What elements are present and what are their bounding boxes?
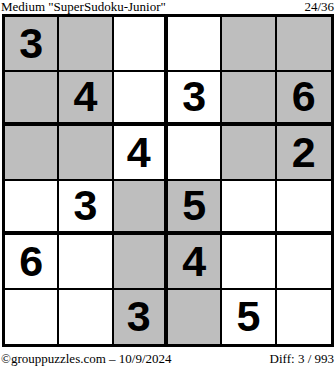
given-digit: 4: [127, 131, 151, 174]
footer: ©grouppuzzles.com – 10/9/2024 Diff: 3 / …: [0, 352, 336, 366]
cell-r6c1[interactable]: [5, 290, 59, 345]
cell-r5c2[interactable]: [59, 235, 113, 290]
cell-r1c3[interactable]: [114, 17, 168, 72]
cell-r5c6[interactable]: [277, 235, 331, 290]
difficulty-text: Diff: 3 / 993: [270, 352, 334, 366]
givens-count: 24/36: [304, 0, 334, 14]
given-digit: 5: [182, 184, 206, 227]
given-digit: 4: [182, 240, 206, 283]
cell-r2c6[interactable]: 6: [277, 72, 331, 127]
cell-r4c3[interactable]: [114, 181, 168, 236]
cell-r1c1[interactable]: 3: [5, 17, 59, 72]
given-digit: 2: [292, 131, 316, 174]
given-digit: 3: [19, 22, 43, 65]
cell-r3c3[interactable]: 4: [114, 126, 168, 181]
given-digit: 6: [19, 240, 43, 283]
cell-r3c5[interactable]: [222, 126, 276, 181]
cell-r1c4[interactable]: [168, 17, 222, 72]
given-digit: 3: [74, 184, 98, 227]
puzzle-title: Medium "SuperSudoku-Junior": [1, 0, 166, 14]
given-digit: 3: [182, 75, 206, 118]
cell-r5c1[interactable]: 6: [5, 235, 59, 290]
cell-r2c4[interactable]: 3: [168, 72, 222, 127]
cell-r6c5[interactable]: 5: [222, 290, 276, 345]
cell-r5c3[interactable]: [114, 235, 168, 290]
cell-r1c2[interactable]: [59, 17, 113, 72]
cell-r2c5[interactable]: [222, 72, 276, 127]
puzzle-page: Medium "SuperSudoku-Junior" 24/36 343642…: [0, 0, 336, 370]
cell-r6c6[interactable]: [277, 290, 331, 345]
cell-r3c1[interactable]: [5, 126, 59, 181]
cell-r4c4[interactable]: 5: [168, 181, 222, 236]
given-digit: 4: [74, 75, 98, 118]
cell-r5c4[interactable]: 4: [168, 235, 222, 290]
cell-r4c2[interactable]: 3: [59, 181, 113, 236]
cell-r3c4[interactable]: [168, 126, 222, 181]
given-digit: 6: [292, 75, 316, 118]
cell-r5c5[interactable]: [222, 235, 276, 290]
cell-r4c1[interactable]: [5, 181, 59, 236]
cell-r1c6[interactable]: [277, 17, 331, 72]
cell-r4c6[interactable]: [277, 181, 331, 236]
given-digit: 3: [127, 295, 151, 338]
board: 343642356435: [2, 14, 334, 347]
cell-r6c2[interactable]: [59, 290, 113, 345]
cell-r6c3[interactable]: 3: [114, 290, 168, 345]
cell-r6c4[interactable]: [168, 290, 222, 345]
cell-r2c3[interactable]: [114, 72, 168, 127]
cell-r3c2[interactable]: [59, 126, 113, 181]
given-digit: 5: [237, 295, 261, 338]
cell-r1c5[interactable]: [222, 17, 276, 72]
copyright-text: ©grouppuzzles.com – 10/9/2024: [1, 352, 172, 366]
header: Medium "SuperSudoku-Junior" 24/36: [0, 0, 336, 14]
cell-r3c6[interactable]: 2: [277, 126, 331, 181]
cell-r2c2[interactable]: 4: [59, 72, 113, 127]
cell-r4c5[interactable]: [222, 181, 276, 236]
cell-r2c1[interactable]: [5, 72, 59, 127]
